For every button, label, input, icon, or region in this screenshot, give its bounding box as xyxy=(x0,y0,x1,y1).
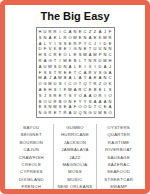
word-list-item: JAZZ xyxy=(55,154,96,161)
word-list-item: MAGNOLIA xyxy=(55,161,96,168)
word-list-item: STREETCAR xyxy=(98,176,139,183)
word-list-item: DIXIELAND xyxy=(11,176,52,183)
word-list-item: CREOLE xyxy=(11,161,52,168)
puzzle-page: The Big Easy HURRICANECZZAJFSNAELROWENAE… xyxy=(0,0,150,194)
word-list-column-2: GUMBOHURRICANEJACKSONJAMBALAYAJAZZMAGNOL… xyxy=(53,124,98,191)
word-list-item: CAJUN xyxy=(11,146,52,153)
word-list-item: BOURBON xyxy=(11,139,52,146)
word-list-item: SWAMP xyxy=(98,183,139,190)
word-list-item: CRAWFISH xyxy=(11,154,52,161)
word-list-item: RAGTIME xyxy=(98,139,139,146)
word-list-item: GUMBO xyxy=(55,124,96,131)
word-list-item: SEAFOOD xyxy=(98,168,139,175)
word-list-column-1: BAYOUBEIGNETBOURBONCAJUNCRAWFISHCREOLECY… xyxy=(10,124,53,191)
word-list-item: JACKSON xyxy=(55,139,96,146)
word-list: BAYOUBEIGNETBOURBONCAJUNCRAWFISHCREOLECY… xyxy=(10,124,140,191)
word-list-item: MUSIC xyxy=(55,176,96,183)
word-list-item: RIVERBOAT xyxy=(98,146,139,153)
word-list-item: JAMBALAYA xyxy=(55,146,96,153)
word-list-item: SAZERAC xyxy=(98,161,139,168)
word-list-item: BEIGNET xyxy=(11,131,52,138)
word-list-item: FRENCH xyxy=(11,183,52,190)
word-list-item: MOSS xyxy=(55,168,96,175)
puzzle-title: The Big Easy xyxy=(5,10,145,23)
word-list-column-3: OYSTERSQUARTERRAGTIMERIVERBOATSAUSAGESAZ… xyxy=(97,124,140,191)
word-list-item: HURRICANE xyxy=(55,131,96,138)
grid-cell-r15c15: O xyxy=(108,110,113,116)
word-list-item: SAUSAGE xyxy=(98,154,139,161)
word-list-item: CYPRESS xyxy=(11,168,52,175)
word-list-item: NEW ORLEANS xyxy=(55,183,96,190)
word-search-grid: HURRICANECZZAJFSNAELROWENAEKWRALYISSERPY… xyxy=(36,27,115,118)
word-list-item: OYSTERS xyxy=(98,124,139,131)
word-list-item: QUARTER xyxy=(98,131,139,138)
word-list-item: BAYOU xyxy=(11,124,52,131)
